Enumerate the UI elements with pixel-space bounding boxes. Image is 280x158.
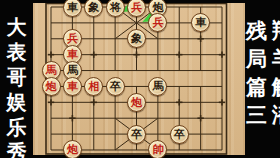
video-frame: 大表哥娱乐秀 車象将兵炮兵車兵象車馬馬炮車相卒馬炮卒卒炮帥 残局篇三 翔羊解潜 — [0, 0, 280, 158]
piece-label: 卒 — [131, 128, 142, 139]
piece-red-cannon[interactable]: 炮 — [63, 140, 82, 158]
banner-char: 乐 — [7, 115, 27, 140]
right-banner: 残局篇三 翔羊解潜 — [245, 0, 280, 158]
xiangqi-board[interactable]: 車象将兵炮兵車兵象車馬馬炮車相卒馬炮卒卒炮帥 — [33, 3, 245, 155]
piece-label: 車 — [67, 49, 78, 60]
piece-red-general[interactable]: 帥 — [148, 140, 167, 158]
banner-char: 解 — [272, 73, 280, 101]
piece-label: 車 — [67, 1, 78, 12]
banner-char: 翔 — [272, 17, 280, 45]
piece-label: 卒 — [110, 80, 121, 91]
banner-char: 表 — [7, 40, 27, 65]
banner-char: 篇 — [246, 73, 267, 101]
banner-char: 羊 — [272, 45, 280, 73]
piece-label: 将 — [110, 1, 121, 12]
piece-label: 炮 — [67, 144, 78, 155]
right-banner-column-2: 翔羊解潜 — [272, 0, 280, 129]
banner-char: 局 — [246, 45, 267, 73]
banner-char: 娱 — [7, 90, 27, 115]
piece-black-soldier[interactable]: 卒 — [170, 125, 189, 144]
piece-label: 炮 — [46, 80, 57, 91]
piece-black-elephant[interactable]: 象 — [84, 0, 103, 17]
banner-char: 秀 — [7, 140, 27, 158]
piece-label: 炮 — [152, 1, 163, 12]
piece-label: 馬 — [46, 65, 57, 76]
right-banner-column-1: 残局篇三 — [246, 0, 267, 129]
piece-red-cannon[interactable]: 炮 — [42, 77, 61, 96]
piece-label: 兵 — [67, 33, 78, 44]
piece-red-chariot[interactable]: 車 — [63, 77, 82, 96]
banner-char: 哥 — [7, 65, 27, 90]
piece-label: 炮 — [131, 96, 142, 107]
piece-label: 象 — [88, 1, 99, 12]
piece-label: 兵 — [131, 1, 142, 12]
piece-black-soldier[interactable]: 卒 — [127, 125, 146, 144]
banner-char: 三 — [246, 101, 267, 129]
piece-label: 馬 — [67, 65, 78, 76]
piece-red-cannon[interactable]: 炮 — [127, 93, 146, 112]
piece-label: 卒 — [174, 128, 185, 139]
left-banner: 大表哥娱乐秀 — [0, 0, 33, 158]
banner-char: 残 — [246, 17, 267, 45]
piece-label: 車 — [195, 17, 206, 28]
piece-black-chariot[interactable]: 車 — [63, 0, 82, 17]
piece-label: 相 — [88, 80, 99, 91]
piece-label: 帥 — [152, 144, 163, 155]
piece-black-soldier[interactable]: 卒 — [106, 77, 125, 96]
banner-char: 潜 — [272, 101, 280, 129]
piece-label: 馬 — [152, 80, 163, 91]
piece-label: 車 — [67, 80, 78, 91]
piece-label: 象 — [131, 33, 142, 44]
piece-red-soldier[interactable]: 兵 — [127, 0, 146, 17]
piece-black-general[interactable]: 将 — [106, 0, 125, 17]
banner-char: 大 — [7, 15, 27, 40]
piece-label: 兵 — [152, 17, 163, 28]
